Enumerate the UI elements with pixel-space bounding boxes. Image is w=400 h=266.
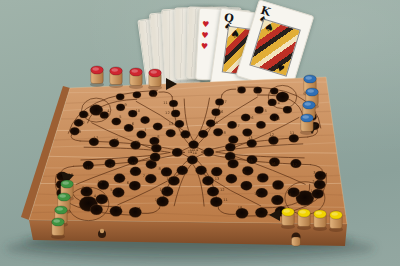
track-number: 1 xyxy=(310,189,312,193)
peg-red-3[interactable] xyxy=(129,68,143,89)
track-number: 11 xyxy=(163,101,168,105)
track-number: 7 xyxy=(144,128,146,132)
track-hole[interactable] xyxy=(96,194,108,204)
track-hole[interactable] xyxy=(161,167,172,176)
track-number: 10 xyxy=(276,117,281,121)
track-hole[interactable] xyxy=(204,148,215,157)
track-hole[interactable] xyxy=(256,121,266,129)
track-number: 18 xyxy=(238,206,243,210)
track-hole[interactable] xyxy=(169,100,178,107)
track-hole[interactable] xyxy=(247,139,257,147)
track-number: 7 xyxy=(238,124,240,128)
track-number: 15 xyxy=(248,159,253,163)
track-hole[interactable] xyxy=(140,116,149,124)
track-number: 5 xyxy=(119,115,121,119)
track-number: 17 xyxy=(94,136,99,140)
track-number: 14 xyxy=(192,151,197,155)
track-hole[interactable] xyxy=(268,136,278,144)
track-hole[interactable] xyxy=(151,144,161,152)
peg-red-1[interactable] xyxy=(90,66,104,87)
track-number: 11 xyxy=(87,166,92,170)
track-number: 17 xyxy=(222,100,227,104)
track-hole[interactable] xyxy=(213,128,223,136)
track-hole[interactable] xyxy=(150,153,161,162)
track-number: 11 xyxy=(223,198,228,202)
track-hole[interactable] xyxy=(241,114,250,122)
track-hole[interactable] xyxy=(225,143,235,151)
track-number: 14 xyxy=(188,150,193,154)
track-hole[interactable] xyxy=(207,187,219,197)
track-hole[interactable] xyxy=(171,110,180,117)
track-number: 12 xyxy=(108,164,113,168)
track-number: 15 xyxy=(213,121,218,125)
track-hole[interactable] xyxy=(153,123,163,131)
track-number: 1 xyxy=(100,204,102,208)
track-hole[interactable] xyxy=(112,188,124,198)
track-number: 16 xyxy=(160,188,165,192)
track-number: 3 xyxy=(138,207,140,211)
peg-yellow-2[interactable] xyxy=(297,209,311,230)
box-latch-left-toggle[interactable] xyxy=(100,229,104,233)
track-number: 13 xyxy=(248,136,253,140)
track-number: 10 xyxy=(254,192,259,196)
track-number: 17 xyxy=(155,198,160,202)
track-number: 3 xyxy=(237,90,239,94)
track-number: 16 xyxy=(219,110,224,114)
track-number: 10 xyxy=(136,109,141,113)
track-number: 5 xyxy=(273,186,275,190)
track-hole[interactable] xyxy=(145,174,156,183)
track-number: 17 xyxy=(292,163,297,167)
track-hole[interactable] xyxy=(130,167,141,176)
track-number: 1 xyxy=(270,91,272,95)
track-number: 12 xyxy=(269,133,274,137)
track-number: 2 xyxy=(254,90,256,94)
track-hole[interactable] xyxy=(187,156,198,165)
track-number: 13 xyxy=(215,177,220,181)
track-number: 15 xyxy=(135,140,140,144)
peg-red-4[interactable] xyxy=(148,69,162,90)
track-hole[interactable] xyxy=(133,91,141,98)
track-number: 12 xyxy=(220,188,225,192)
track-number: 5 xyxy=(110,188,112,192)
track-number: 11 xyxy=(290,131,295,135)
track-number: 10 xyxy=(98,180,103,184)
track-number: 12 xyxy=(165,111,170,115)
track-number: 15 xyxy=(166,177,171,181)
box-latch-right-knob[interactable] xyxy=(292,237,301,246)
track-hole[interactable] xyxy=(114,174,125,183)
tock-board: 1234567891011121314151617181234567891011… xyxy=(0,0,400,266)
track-hole[interactable] xyxy=(242,128,252,136)
track-number: 7 xyxy=(143,174,145,178)
track-hole[interactable] xyxy=(211,167,222,176)
track-hole[interactable] xyxy=(210,197,222,207)
peg-yellow-3[interactable] xyxy=(313,210,327,231)
track-hole[interactable] xyxy=(177,166,188,175)
track-hole[interactable] xyxy=(255,106,264,113)
track-hole[interactable] xyxy=(166,129,176,137)
track-hole[interactable] xyxy=(226,174,237,183)
track-number: 3 xyxy=(313,171,315,175)
track-number: 5 xyxy=(265,109,267,113)
track-hole[interactable] xyxy=(271,195,283,205)
peg-red-2[interactable] xyxy=(109,67,123,88)
track-number: 2 xyxy=(119,206,121,210)
track-hole[interactable] xyxy=(227,121,237,129)
track-hole[interactable] xyxy=(116,93,124,100)
track-number: 3 xyxy=(79,130,81,134)
track-number: 7 xyxy=(243,171,245,175)
peg-yellow-1[interactable] xyxy=(281,208,295,229)
track-hole[interactable] xyxy=(255,207,268,217)
track-number: 1 xyxy=(87,113,89,117)
track-hole[interactable] xyxy=(175,120,184,128)
track-hole[interactable] xyxy=(198,130,208,138)
track-hole[interactable] xyxy=(312,189,324,199)
track-hole[interactable] xyxy=(129,181,141,191)
peg-yellow-4[interactable] xyxy=(329,211,343,232)
table-scene: ♥ ♥ ♥ Q ♠ ♠ ♠ K ♠ ♠ ♠ xyxy=(0,0,400,266)
track-number: 13 xyxy=(169,122,174,126)
track-hole[interactable] xyxy=(268,99,277,106)
track-number: 2 xyxy=(312,180,314,184)
peg-green-4[interactable] xyxy=(51,218,65,239)
track-number: 13 xyxy=(131,162,136,166)
track-number: 16 xyxy=(114,138,119,142)
track-number: 2 xyxy=(83,121,85,125)
track-hole[interactable] xyxy=(181,130,191,138)
track-hole[interactable] xyxy=(241,181,253,191)
track-hole[interactable] xyxy=(289,134,299,142)
track-number: 18 xyxy=(152,94,157,98)
track-hole[interactable] xyxy=(314,180,326,190)
track-hole[interactable] xyxy=(228,136,238,144)
peg-blue-4[interactable] xyxy=(300,114,314,135)
track-hole[interactable] xyxy=(172,148,183,157)
track-hole[interactable] xyxy=(315,171,326,180)
track-number: 16 xyxy=(271,162,276,166)
track-hole[interactable] xyxy=(196,166,207,175)
track-hole[interactable] xyxy=(202,176,214,185)
